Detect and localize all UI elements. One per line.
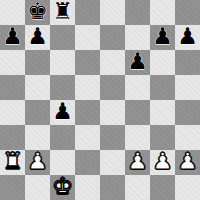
square-g2[interactable]: ♟ <box>150 150 175 175</box>
square-b3[interactable] <box>25 125 50 150</box>
square-b2[interactable]: ♟ <box>25 150 50 175</box>
square-d3[interactable] <box>75 125 100 150</box>
square-b5[interactable] <box>25 75 50 100</box>
square-e7[interactable] <box>100 25 125 50</box>
piece-white-pawn: ♟ <box>152 150 173 174</box>
square-a6[interactable] <box>0 50 25 75</box>
square-e8[interactable] <box>100 0 125 25</box>
piece-white-pawn: ♟ <box>177 150 198 174</box>
square-g7[interactable]: ♟ <box>150 25 175 50</box>
square-a3[interactable] <box>0 125 25 150</box>
square-g5[interactable] <box>150 75 175 100</box>
square-g6[interactable] <box>150 50 175 75</box>
square-e1[interactable] <box>100 175 125 200</box>
square-a8[interactable] <box>0 0 25 25</box>
piece-black-rook: ♜ <box>52 0 73 24</box>
square-a5[interactable] <box>0 75 25 100</box>
square-d4[interactable] <box>75 100 100 125</box>
square-d5[interactable] <box>75 75 100 100</box>
square-h6[interactable] <box>175 50 200 75</box>
square-b8[interactable]: ♚ <box>25 0 50 25</box>
square-f2[interactable]: ♟ <box>125 150 150 175</box>
square-h8[interactable] <box>175 0 200 25</box>
square-f6[interactable]: ♟ <box>125 50 150 75</box>
square-e5[interactable] <box>100 75 125 100</box>
square-h7[interactable]: ♟ <box>175 25 200 50</box>
square-g8[interactable] <box>150 0 175 25</box>
square-c6[interactable] <box>50 50 75 75</box>
square-e6[interactable] <box>100 50 125 75</box>
square-h4[interactable] <box>175 100 200 125</box>
square-f3[interactable] <box>125 125 150 150</box>
square-d7[interactable] <box>75 25 100 50</box>
piece-white-king: ♚ <box>52 175 73 199</box>
square-a7[interactable]: ♟ <box>0 25 25 50</box>
piece-black-pawn: ♟ <box>52 100 73 124</box>
piece-black-pawn: ♟ <box>27 25 48 49</box>
square-e3[interactable] <box>100 125 125 150</box>
square-f7[interactable] <box>125 25 150 50</box>
piece-black-pawn: ♟ <box>177 25 198 49</box>
square-f8[interactable] <box>125 0 150 25</box>
square-c3[interactable] <box>50 125 75 150</box>
square-h1[interactable] <box>175 175 200 200</box>
square-c5[interactable] <box>50 75 75 100</box>
square-h5[interactable] <box>175 75 200 100</box>
square-b6[interactable] <box>25 50 50 75</box>
piece-black-pawn: ♟ <box>152 25 173 49</box>
piece-black-pawn: ♟ <box>2 25 23 49</box>
square-d6[interactable] <box>75 50 100 75</box>
square-c2[interactable] <box>50 150 75 175</box>
square-g1[interactable] <box>150 175 175 200</box>
square-h2[interactable]: ♟ <box>175 150 200 175</box>
chess-board: ♚♜♟♟♟♟♟♟♜♟♟♟♟♚ <box>0 0 200 200</box>
square-d1[interactable] <box>75 175 100 200</box>
piece-white-pawn: ♟ <box>127 150 148 174</box>
square-c8[interactable]: ♜ <box>50 0 75 25</box>
square-a1[interactable] <box>0 175 25 200</box>
square-a4[interactable] <box>0 100 25 125</box>
piece-black-pawn: ♟ <box>127 50 148 74</box>
piece-black-king: ♚ <box>27 0 48 24</box>
square-d2[interactable] <box>75 150 100 175</box>
square-c4[interactable]: ♟ <box>50 100 75 125</box>
square-g3[interactable] <box>150 125 175 150</box>
piece-white-rook: ♜ <box>2 150 23 174</box>
square-f1[interactable] <box>125 175 150 200</box>
square-b4[interactable] <box>25 100 50 125</box>
square-a2[interactable]: ♜ <box>0 150 25 175</box>
square-b7[interactable]: ♟ <box>25 25 50 50</box>
square-h3[interactable] <box>175 125 200 150</box>
square-d8[interactable] <box>75 0 100 25</box>
square-f4[interactable] <box>125 100 150 125</box>
square-f5[interactable] <box>125 75 150 100</box>
square-c7[interactable] <box>50 25 75 50</box>
square-e2[interactable] <box>100 150 125 175</box>
square-e4[interactable] <box>100 100 125 125</box>
piece-white-pawn: ♟ <box>27 150 48 174</box>
square-g4[interactable] <box>150 100 175 125</box>
square-b1[interactable] <box>25 175 50 200</box>
square-c1[interactable]: ♚ <box>50 175 75 200</box>
